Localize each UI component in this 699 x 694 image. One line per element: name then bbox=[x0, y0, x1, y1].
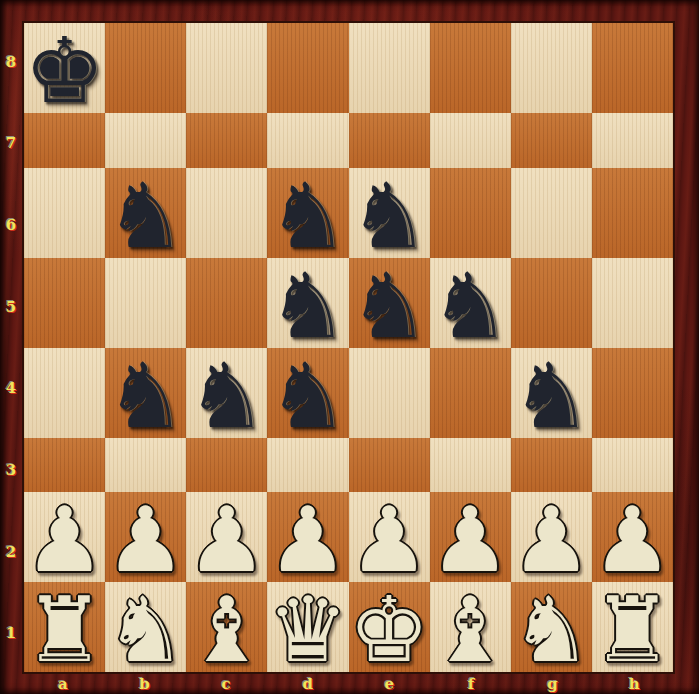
black-knight[interactable]: ♞ bbox=[105, 171, 186, 261]
square-d4[interactable]: ♞ bbox=[267, 348, 348, 438]
square-a1[interactable]: ♜ bbox=[24, 582, 105, 672]
rank-labels: 87654321 bbox=[0, 21, 22, 674]
white-pawn[interactable]: ♟ bbox=[430, 495, 511, 585]
rank-label-5: 5 bbox=[0, 298, 22, 316]
square-d6[interactable]: ♞ bbox=[267, 168, 348, 258]
square-g6[interactable] bbox=[511, 168, 592, 258]
square-a6[interactable] bbox=[24, 168, 105, 258]
black-knight[interactable]: ♞ bbox=[186, 351, 267, 441]
square-c6[interactable] bbox=[186, 168, 267, 258]
file-label-d: d bbox=[267, 675, 349, 693]
square-e6[interactable]: ♞ bbox=[349, 168, 430, 258]
rank-label-7: 7 bbox=[0, 134, 22, 152]
black-knight[interactable]: ♞ bbox=[349, 261, 430, 351]
square-h6[interactable] bbox=[592, 168, 673, 258]
square-d7[interactable] bbox=[267, 113, 348, 168]
white-pawn[interactable]: ♟ bbox=[268, 495, 349, 585]
square-e7[interactable] bbox=[349, 113, 430, 168]
square-g4[interactable]: ♞ bbox=[511, 348, 592, 438]
file-label-f: f bbox=[430, 675, 512, 693]
rank-label-1: 1 bbox=[0, 624, 22, 642]
square-c4[interactable]: ♞ bbox=[186, 348, 267, 438]
white-bishop[interactable]: ♝ bbox=[430, 585, 511, 675]
square-a3[interactable] bbox=[24, 438, 105, 493]
rank-label-3: 3 bbox=[0, 461, 22, 479]
board-frame: ♚♞♞♞♞♞♞♞♞♞♞♟♟♟♟♟♟♟♟♜♞♝♛♚♝♞♜ 87654321 abc… bbox=[0, 0, 699, 694]
white-pawn[interactable]: ♟ bbox=[349, 495, 430, 585]
square-f1[interactable]: ♝ bbox=[430, 582, 511, 672]
square-e4[interactable] bbox=[349, 348, 430, 438]
black-king[interactable]: ♚ bbox=[24, 26, 105, 116]
black-knight[interactable]: ♞ bbox=[105, 351, 186, 441]
square-e5[interactable]: ♞ bbox=[349, 258, 430, 348]
white-rook[interactable]: ♜ bbox=[24, 585, 105, 675]
square-d2[interactable]: ♟ bbox=[267, 492, 348, 582]
file-label-b: b bbox=[104, 675, 186, 693]
square-a2[interactable]: ♟ bbox=[24, 492, 105, 582]
black-knight[interactable]: ♞ bbox=[349, 171, 430, 261]
rank-label-2: 2 bbox=[0, 543, 22, 561]
black-knight[interactable]: ♞ bbox=[268, 171, 349, 261]
square-c7[interactable] bbox=[186, 113, 267, 168]
square-d8[interactable] bbox=[267, 23, 348, 113]
square-f4[interactable] bbox=[430, 348, 511, 438]
white-pawn[interactable]: ♟ bbox=[511, 495, 592, 585]
file-label-h: h bbox=[593, 675, 675, 693]
square-h1[interactable]: ♜ bbox=[592, 582, 673, 672]
square-g5[interactable] bbox=[511, 258, 592, 348]
white-bishop[interactable]: ♝ bbox=[186, 585, 267, 675]
square-h8[interactable] bbox=[592, 23, 673, 113]
file-label-a: a bbox=[22, 675, 104, 693]
square-f5[interactable]: ♞ bbox=[430, 258, 511, 348]
square-e2[interactable]: ♟ bbox=[349, 492, 430, 582]
square-f2[interactable]: ♟ bbox=[430, 492, 511, 582]
file-label-g: g bbox=[512, 675, 594, 693]
square-h5[interactable] bbox=[592, 258, 673, 348]
chess-board: ♚♞♞♞♞♞♞♞♞♞♞♟♟♟♟♟♟♟♟♜♞♝♛♚♝♞♜ bbox=[22, 21, 675, 674]
square-d5[interactable]: ♞ bbox=[267, 258, 348, 348]
square-b6[interactable]: ♞ bbox=[105, 168, 186, 258]
square-h2[interactable]: ♟ bbox=[592, 492, 673, 582]
square-e3[interactable] bbox=[349, 438, 430, 493]
square-b2[interactable]: ♟ bbox=[105, 492, 186, 582]
white-king[interactable]: ♚ bbox=[349, 585, 430, 675]
black-knight[interactable]: ♞ bbox=[268, 261, 349, 351]
square-b4[interactable]: ♞ bbox=[105, 348, 186, 438]
square-d1[interactable]: ♛ bbox=[267, 582, 348, 672]
square-f6[interactable] bbox=[430, 168, 511, 258]
square-g7[interactable] bbox=[511, 113, 592, 168]
white-pawn[interactable]: ♟ bbox=[592, 495, 673, 585]
white-knight[interactable]: ♞ bbox=[105, 585, 186, 675]
square-g2[interactable]: ♟ bbox=[511, 492, 592, 582]
square-c1[interactable]: ♝ bbox=[186, 582, 267, 672]
square-f7[interactable] bbox=[430, 113, 511, 168]
rank-label-4: 4 bbox=[0, 379, 22, 397]
black-knight[interactable]: ♞ bbox=[511, 351, 592, 441]
square-a4[interactable] bbox=[24, 348, 105, 438]
square-e8[interactable] bbox=[349, 23, 430, 113]
file-label-c: c bbox=[185, 675, 267, 693]
square-g1[interactable]: ♞ bbox=[511, 582, 592, 672]
white-knight[interactable]: ♞ bbox=[511, 585, 592, 675]
square-b1[interactable]: ♞ bbox=[105, 582, 186, 672]
white-pawn[interactable]: ♟ bbox=[186, 495, 267, 585]
white-pawn[interactable]: ♟ bbox=[105, 495, 186, 585]
square-h7[interactable] bbox=[592, 113, 673, 168]
square-f8[interactable] bbox=[430, 23, 511, 113]
square-b8[interactable] bbox=[105, 23, 186, 113]
square-c2[interactable]: ♟ bbox=[186, 492, 267, 582]
square-b5[interactable] bbox=[105, 258, 186, 348]
square-a5[interactable] bbox=[24, 258, 105, 348]
square-c8[interactable] bbox=[186, 23, 267, 113]
file-labels: abcdefgh bbox=[22, 674, 675, 694]
white-queen[interactable]: ♛ bbox=[268, 585, 349, 675]
rank-label-6: 6 bbox=[0, 216, 22, 234]
square-e1[interactable]: ♚ bbox=[349, 582, 430, 672]
black-knight[interactable]: ♞ bbox=[430, 261, 511, 351]
rank-label-8: 8 bbox=[0, 53, 22, 71]
square-a8[interactable]: ♚ bbox=[24, 23, 105, 113]
square-g8[interactable] bbox=[511, 23, 592, 113]
white-rook[interactable]: ♜ bbox=[592, 585, 673, 675]
file-label-e: e bbox=[349, 675, 431, 693]
black-knight[interactable]: ♞ bbox=[268, 351, 349, 441]
square-b7[interactable] bbox=[105, 113, 186, 168]
square-c5[interactable] bbox=[186, 258, 267, 348]
square-f3[interactable] bbox=[430, 438, 511, 493]
square-h4[interactable] bbox=[592, 348, 673, 438]
white-pawn[interactable]: ♟ bbox=[24, 495, 105, 585]
square-h3[interactable] bbox=[592, 438, 673, 493]
